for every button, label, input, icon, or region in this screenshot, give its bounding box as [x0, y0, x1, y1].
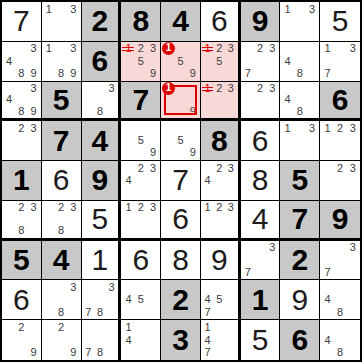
empty-candidate-slot [213, 67, 225, 79]
candidate-3: 3 [225, 162, 237, 174]
cell-r9c3[interactable]: 78 [82, 320, 122, 360]
candidate-2: 2 [135, 202, 147, 214]
cell-r5c2[interactable]: 6 [42, 161, 82, 201]
solved-digit: 6 [42, 161, 81, 200]
empty-candidate-slot [147, 213, 159, 225]
empty-candidate-slot [225, 281, 237, 293]
given-digit: 6 [280, 320, 319, 360]
candidate-3: 3 [28, 122, 40, 134]
cell-r1c1[interactable]: 7 [2, 2, 42, 42]
cell-r4c9[interactable]: 123 [320, 121, 360, 161]
candidate-grid: 37 [321, 242, 359, 279]
candidate-3: 3 [266, 43, 278, 55]
empty-candidate-slot [346, 321, 359, 334]
empty-candidate-slot [334, 242, 347, 254]
candidate-grid: 147 [202, 321, 237, 359]
empty-candidate-slot [294, 94, 306, 106]
cell-r6c3[interactable]: 5 [82, 201, 122, 241]
empty-candidate-slot [43, 306, 55, 318]
candidate-grid: 123 [321, 122, 359, 159]
candidate-9: 9 [28, 346, 40, 359]
cell-r6c9[interactable]: 9 [320, 201, 360, 241]
empty-candidate-slot [242, 254, 254, 266]
cell-r8c7[interactable]: 1 [241, 280, 281, 320]
candidate-grid: 234 [122, 162, 159, 199]
empty-candidate-slot [3, 225, 15, 237]
empty-candidate-slot [147, 321, 159, 334]
cell-r6c2[interactable]: 238 [42, 201, 82, 241]
candidate-3: 3 [147, 202, 159, 214]
empty-candidate-slot [55, 43, 67, 55]
cell-r6c6[interactable]: 123 [201, 201, 241, 241]
cell-r9c4[interactable]: 14 [121, 320, 161, 360]
sudoku-board: 7132846913534891389612359159123523748137… [0, 0, 362, 362]
candidate-4: 4 [281, 55, 293, 67]
candidate-1: 1 [122, 202, 134, 214]
cell-r3c4[interactable]: 7 [121, 82, 161, 122]
empty-candidate-slot [162, 55, 174, 67]
candidate-grid: 59 [162, 122, 199, 159]
candidate-grid: 38 [83, 83, 118, 118]
cell-r9c2[interactable]: 29 [42, 320, 82, 360]
empty-candidate-slot [281, 43, 293, 55]
empty-candidate-slot [266, 266, 278, 278]
cell-r3c7[interactable]: 23 [241, 82, 281, 122]
solved-digit: 7 [161, 161, 200, 200]
empty-candidate-slot [346, 346, 359, 359]
empty-candidate-slot [43, 67, 55, 79]
candidate-grid: 13 [43, 3, 80, 40]
empty-candidate-slot [294, 83, 306, 95]
candidate-1: 1 [202, 202, 214, 214]
empty-candidate-slot [321, 187, 334, 199]
candidate-grid: 13 [281, 3, 318, 40]
empty-candidate-slot [55, 28, 67, 40]
empty-candidate-slot [55, 3, 67, 15]
empty-candidate-slot [321, 346, 334, 359]
empty-candidate-slot [122, 306, 134, 318]
cell-r5c7[interactable]: 8 [241, 161, 281, 201]
candidate-slot: 1 [202, 83, 214, 95]
candidate-7: 7 [83, 346, 95, 359]
candidate-8: 8 [55, 306, 67, 318]
solved-digit: 8 [161, 241, 200, 280]
empty-candidate-slot [3, 43, 15, 55]
cell-r3c6[interactable]: 123 [201, 82, 241, 122]
empty-candidate-slot [147, 346, 159, 359]
candidate-9: 9 [28, 67, 40, 79]
candidate-4: 4 [321, 294, 334, 306]
given-digit: 6 [320, 82, 360, 119]
cell-r7c8[interactable]: 2 [280, 241, 320, 281]
empty-candidate-slot [213, 213, 225, 225]
cell-r1c6[interactable]: 6 [201, 2, 241, 42]
empty-candidate-slot [15, 94, 27, 106]
candidate-grid: 48 [321, 281, 359, 318]
empty-candidate-slot [83, 294, 95, 306]
empty-candidate-slot [254, 266, 266, 278]
candidate-grid: 1389 [43, 43, 80, 80]
given-digit: 6 [82, 42, 119, 81]
cell-r5c1[interactable]: 1 [2, 161, 42, 201]
empty-candidate-slot [321, 321, 334, 334]
cell-r7c2[interactable]: 4 [42, 241, 82, 281]
cell-r1c9[interactable]: 5 [320, 2, 360, 42]
eliminated-candidate-1: 1 [205, 83, 211, 94]
empty-candidate-slot [147, 187, 159, 199]
cell-r9c5[interactable]: 3 [161, 320, 201, 360]
cell-r2c6[interactable]: 1235 [201, 42, 241, 82]
empty-candidate-slot [67, 306, 79, 318]
empty-candidate-slot [334, 135, 347, 147]
candidate-7: 7 [321, 266, 334, 278]
empty-candidate-slot [67, 321, 79, 334]
empty-candidate-slot [294, 43, 306, 55]
candidate-2: 2 [213, 83, 225, 95]
cell-r3c9[interactable]: 6 [320, 82, 360, 122]
cell-r9c9[interactable]: 48 [320, 320, 360, 360]
candidate-grid: 45 [122, 281, 159, 318]
candidate-2: 2 [213, 43, 225, 55]
empty-candidate-slot [43, 55, 55, 67]
empty-candidate-slot [281, 106, 293, 118]
given-digit: 9 [320, 201, 360, 238]
cell-r1c5[interactable]: 4 [161, 2, 201, 42]
empty-candidate-slot [321, 242, 334, 254]
candidate-slot: 1 [202, 43, 214, 55]
empty-candidate-slot [294, 28, 306, 40]
candidate-2: 2 [213, 202, 225, 214]
empty-candidate-slot [225, 321, 237, 334]
cell-r8c3[interactable]: 378 [82, 280, 122, 320]
empty-candidate-slot [254, 242, 266, 254]
empty-candidate-slot [346, 147, 359, 159]
candidate-3: 3 [28, 83, 40, 95]
candidate-7: 7 [321, 67, 334, 79]
cell-r2c5[interactable]: 159 [161, 42, 201, 82]
cell-r3c5[interactable]: 19 [161, 82, 201, 122]
candidate-7: 7 [242, 266, 254, 278]
given-digit: 5 [280, 161, 319, 200]
candidate-4: 4 [3, 55, 15, 67]
empty-candidate-slot [202, 281, 214, 293]
cell-r7c1[interactable]: 5 [2, 241, 42, 281]
solved-digit: 4 [241, 201, 280, 238]
empty-candidate-slot [122, 281, 134, 293]
empty-candidate-slot [266, 94, 278, 106]
candidate-2: 2 [334, 162, 347, 174]
solved-digit: 6 [121, 241, 160, 280]
cell-r7c9[interactable]: 37 [320, 241, 360, 281]
candidate-2: 2 [15, 122, 27, 134]
cell-r3c1[interactable]: 3489 [2, 82, 42, 122]
empty-candidate-slot [83, 106, 95, 118]
empty-candidate-slot [15, 334, 27, 347]
cell-r3c8[interactable]: 48 [280, 82, 320, 122]
circled-candidate-1: 1 [162, 42, 175, 55]
empty-candidate-slot [213, 334, 225, 347]
cell-r9c8[interactable]: 6 [280, 320, 320, 360]
empty-candidate-slot [147, 55, 159, 67]
empty-candidate-slot [135, 122, 147, 134]
cell-r2c8[interactable]: 48 [280, 42, 320, 82]
cell-r4c8[interactable]: 13 [280, 121, 320, 161]
cell-r4c1[interactable]: 23 [2, 121, 42, 161]
empty-candidate-slot [187, 55, 199, 67]
cell-r4c5[interactable]: 59 [161, 121, 201, 161]
candidate-grid: 23 [321, 162, 359, 199]
empty-candidate-slot [55, 213, 67, 225]
empty-candidate-slot [122, 55, 134, 67]
given-digit: 7 [42, 121, 81, 160]
candidate-5: 5 [135, 294, 147, 306]
candidate-2: 2 [135, 43, 147, 55]
empty-candidate-slot [3, 83, 15, 95]
candidate-3: 3 [306, 3, 318, 15]
candidate-5: 5 [174, 135, 186, 147]
cell-r8c9[interactable]: 48 [320, 280, 360, 320]
empty-candidate-slot [202, 162, 214, 174]
given-digit: 4 [161, 2, 200, 41]
empty-candidate-slot [28, 334, 40, 347]
cell-r4c2[interactable]: 7 [42, 121, 82, 161]
empty-candidate-slot [3, 122, 15, 134]
empty-candidate-slot [135, 321, 147, 334]
empty-candidate-slot [135, 346, 147, 359]
cell-r5c3[interactable]: 9 [82, 161, 122, 201]
candidate-grid: 29 [43, 321, 80, 359]
candidate-4: 4 [3, 94, 15, 106]
cell-r8c8[interactable]: 9 [280, 280, 320, 320]
empty-candidate-slot [225, 346, 237, 359]
cell-r2c7[interactable]: 237 [241, 42, 281, 82]
cell-r7c3[interactable]: 1 [82, 241, 122, 281]
cell-r6c5[interactable]: 6 [161, 201, 201, 241]
solved-digit: 6 [161, 201, 200, 238]
cell-r2c9[interactable]: 137 [320, 42, 360, 82]
candidate-grid: 234 [202, 162, 237, 199]
candidate-grid: 3489 [3, 43, 40, 80]
empty-candidate-slot [15, 346, 27, 359]
candidate-3: 3 [266, 242, 278, 254]
empty-candidate-slot [94, 281, 106, 293]
cell-r8c6[interactable]: 457 [201, 280, 241, 320]
empty-candidate-slot [202, 225, 214, 237]
cell-r2c2[interactable]: 1389 [42, 42, 82, 82]
given-digit: 8 [201, 121, 238, 160]
empty-candidate-slot [213, 174, 225, 186]
empty-candidate-slot [225, 187, 237, 199]
candidate-grid: 13 [281, 122, 318, 159]
cell-r8c5[interactable]: 2 [161, 280, 201, 320]
given-digit: 5 [2, 241, 41, 280]
empty-candidate-slot [55, 281, 67, 293]
candidate-7: 7 [242, 67, 254, 79]
cell-r7c4[interactable]: 6 [121, 241, 161, 281]
cell-r6c1[interactable]: 238 [2, 201, 42, 241]
candidate-2: 2 [55, 321, 67, 334]
empty-candidate-slot [94, 321, 106, 334]
empty-candidate-slot [122, 213, 134, 225]
empty-candidate-slot [122, 162, 134, 174]
cell-r2c3[interactable]: 6 [82, 42, 122, 82]
empty-candidate-slot [321, 55, 334, 67]
empty-candidate-slot [162, 147, 174, 159]
empty-candidate-slot [225, 334, 237, 347]
candidate-8: 8 [334, 346, 347, 359]
candidate-grid: 3489 [3, 83, 40, 118]
cell-r4c4[interactable]: 59 [121, 121, 161, 161]
empty-candidate-slot [43, 294, 55, 306]
cell-r1c7[interactable]: 9 [241, 2, 281, 42]
empty-candidate-slot [15, 213, 27, 225]
candidate-3: 3 [147, 43, 159, 55]
candidate-3: 3 [147, 162, 159, 174]
empty-candidate-slot [202, 67, 214, 79]
candidate-9: 9 [187, 147, 199, 159]
candidate-grid: 457 [202, 281, 237, 318]
empty-candidate-slot [213, 225, 225, 237]
cell-r6c8[interactable]: 7 [280, 201, 320, 241]
empty-candidate-slot [28, 55, 40, 67]
empty-candidate-slot [334, 67, 347, 79]
empty-candidate-slot [43, 28, 55, 40]
empty-candidate-slot [106, 294, 118, 306]
empty-candidate-slot [213, 306, 225, 318]
cell-r1c3[interactable]: 2 [82, 2, 122, 42]
empty-candidate-slot [321, 147, 334, 159]
solved-digit: 5 [241, 320, 280, 360]
empty-candidate-slot [213, 106, 225, 118]
cell-r9c6[interactable]: 147 [201, 320, 241, 360]
empty-candidate-slot [28, 147, 40, 159]
empty-candidate-slot [135, 187, 147, 199]
candidate-3: 3 [67, 281, 79, 293]
candidate-4: 4 [122, 294, 134, 306]
empty-candidate-slot [122, 187, 134, 199]
empty-candidate-slot [294, 15, 306, 27]
empty-candidate-slot [106, 321, 118, 334]
empty-candidate-slot [43, 213, 55, 225]
empty-candidate-slot [15, 147, 27, 159]
empty-candidate-slot [135, 67, 147, 79]
candidate-5: 5 [135, 135, 147, 147]
cell-r3c3[interactable]: 38 [82, 82, 122, 122]
solved-digit: 7 [2, 2, 41, 41]
empty-candidate-slot [94, 334, 106, 347]
empty-candidate-slot [334, 266, 347, 278]
empty-candidate-slot [321, 254, 334, 266]
empty-candidate-slot [187, 43, 199, 55]
empty-candidate-slot [346, 281, 359, 293]
cell-r2c4[interactable]: 12359 [121, 42, 161, 82]
cell-r3c2[interactable]: 5 [42, 82, 82, 122]
empty-candidate-slot [242, 242, 254, 254]
cell-r8c1[interactable]: 6 [2, 280, 42, 320]
cell-r9c1[interactable]: 29 [2, 320, 42, 360]
empty-candidate-slot [306, 67, 318, 79]
cell-r5c9[interactable]: 23 [320, 161, 360, 201]
candidate-grid: 38 [43, 281, 80, 318]
cell-r2c1[interactable]: 3489 [2, 42, 42, 82]
cell-r6c7[interactable]: 4 [241, 201, 281, 241]
cell-r4c7[interactable]: 6 [241, 121, 281, 161]
cell-r4c6[interactable]: 8 [201, 121, 241, 161]
candidate-8: 8 [294, 67, 306, 79]
empty-candidate-slot [55, 346, 67, 359]
empty-candidate-slot [106, 106, 118, 118]
candidate-3: 3 [225, 43, 237, 55]
cell-r5c6[interactable]: 234 [201, 161, 241, 201]
cell-r7c5[interactable]: 8 [161, 241, 201, 281]
empty-candidate-slot [83, 281, 95, 293]
eliminated-candidate-1: 1 [205, 43, 211, 54]
empty-candidate-slot [94, 294, 106, 306]
empty-candidate-slot [225, 106, 237, 118]
candidate-8: 8 [15, 67, 27, 79]
empty-candidate-slot [346, 306, 359, 318]
cell-r9c7[interactable]: 5 [241, 320, 281, 360]
empty-candidate-slot [122, 147, 134, 159]
cell-r7c6[interactable]: 9 [201, 241, 241, 281]
empty-candidate-slot [242, 106, 254, 118]
cell-r1c4[interactable]: 8 [121, 2, 161, 42]
cell-r5c5[interactable]: 7 [161, 161, 201, 201]
cell-r1c2[interactable]: 13 [42, 2, 82, 42]
candidate-8: 8 [334, 306, 347, 318]
empty-candidate-slot [135, 174, 147, 186]
empty-candidate-slot [67, 55, 79, 67]
candidate-2: 2 [15, 321, 27, 334]
candidate-8: 8 [55, 225, 67, 237]
empty-candidate-slot [334, 43, 347, 55]
empty-candidate-slot [242, 94, 254, 106]
candidate-5: 5 [174, 55, 186, 67]
empty-candidate-slot [225, 94, 237, 106]
cell-r5c8[interactable]: 5 [280, 161, 320, 201]
cell-r6c4[interactable]: 123 [121, 201, 161, 241]
cell-r5c4[interactable]: 234 [121, 161, 161, 201]
empty-candidate-slot [266, 254, 278, 266]
solved-digit: 9 [280, 280, 319, 319]
empty-candidate-slot [321, 174, 334, 186]
empty-candidate-slot [281, 67, 293, 79]
empty-candidate-slot [225, 294, 237, 306]
empty-candidate-slot [225, 225, 237, 237]
cell-r4c3[interactable]: 4 [82, 121, 122, 161]
candidate-3: 3 [67, 3, 79, 15]
candidate-3: 3 [346, 242, 359, 254]
empty-candidate-slot [334, 254, 347, 266]
cell-r8c4[interactable]: 45 [121, 280, 161, 320]
given-digit: 1 [2, 161, 41, 200]
candidate-9: 9 [147, 67, 159, 79]
cell-r1c8[interactable]: 13 [280, 2, 320, 42]
cell-r8c2[interactable]: 38 [42, 280, 82, 320]
candidate-9: 9 [67, 67, 79, 79]
empty-candidate-slot [43, 334, 55, 347]
empty-candidate-slot [254, 67, 266, 79]
empty-candidate-slot [83, 334, 95, 347]
candidate-5: 5 [213, 55, 225, 67]
empty-candidate-slot [306, 55, 318, 67]
empty-candidate-slot [55, 294, 67, 306]
solved-digit: 5 [82, 201, 119, 238]
cell-r7c7[interactable]: 37 [241, 241, 281, 281]
candidate-4: 4 [202, 294, 214, 306]
candidate-4: 4 [202, 174, 214, 186]
empty-candidate-slot [242, 83, 254, 95]
